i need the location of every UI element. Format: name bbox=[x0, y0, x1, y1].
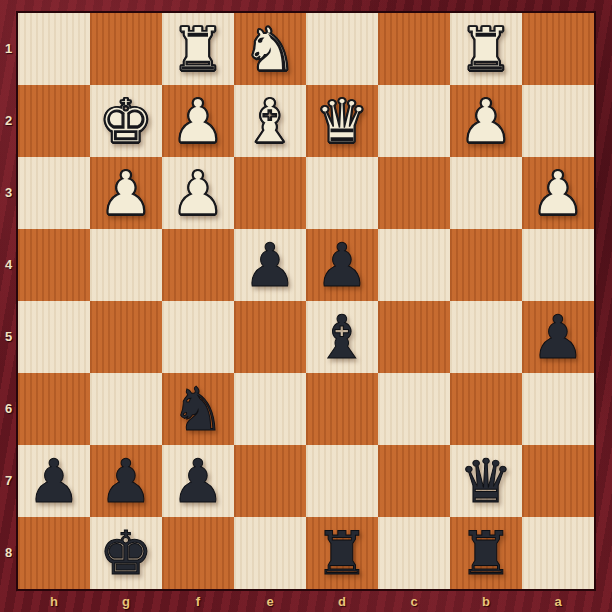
square-c3[interactable] bbox=[378, 157, 450, 229]
square-a6[interactable] bbox=[522, 373, 594, 445]
rank-label-8: 8 bbox=[0, 517, 17, 589]
square-d5[interactable]: ♝ bbox=[306, 301, 378, 373]
square-h7[interactable]: ♟ bbox=[18, 445, 90, 517]
black-bishop: ♝ bbox=[315, 301, 369, 373]
square-d7[interactable] bbox=[306, 445, 378, 517]
square-f2[interactable]: ♟ bbox=[162, 85, 234, 157]
square-d3[interactable] bbox=[306, 157, 378, 229]
square-g5[interactable] bbox=[90, 301, 162, 373]
rank-label-3: 3 bbox=[0, 157, 17, 229]
square-h1[interactable] bbox=[18, 13, 90, 85]
white-knight: ♞ bbox=[243, 13, 297, 85]
white-pawn: ♟ bbox=[531, 157, 585, 229]
square-h4[interactable] bbox=[18, 229, 90, 301]
square-e2[interactable]: ♝ bbox=[234, 85, 306, 157]
square-g2[interactable]: ♚ bbox=[90, 85, 162, 157]
rank-label-5: 5 bbox=[0, 301, 17, 373]
file-label-b: b bbox=[450, 592, 522, 612]
square-f8[interactable] bbox=[162, 517, 234, 589]
square-f5[interactable] bbox=[162, 301, 234, 373]
file-label-f: f bbox=[162, 592, 234, 612]
square-e6[interactable] bbox=[234, 373, 306, 445]
square-f1[interactable]: ♜ bbox=[162, 13, 234, 85]
square-c5[interactable] bbox=[378, 301, 450, 373]
file-label-c: c bbox=[378, 592, 450, 612]
square-g4[interactable] bbox=[90, 229, 162, 301]
square-f6[interactable]: ♞ bbox=[162, 373, 234, 445]
file-label-d: d bbox=[306, 592, 378, 612]
square-d8[interactable]: ♜ bbox=[306, 517, 378, 589]
square-g3[interactable]: ♟ bbox=[90, 157, 162, 229]
square-a4[interactable] bbox=[522, 229, 594, 301]
square-g6[interactable] bbox=[90, 373, 162, 445]
square-e1[interactable]: ♞ bbox=[234, 13, 306, 85]
square-g7[interactable]: ♟ bbox=[90, 445, 162, 517]
square-e4[interactable]: ♟ bbox=[234, 229, 306, 301]
square-a3[interactable]: ♟ bbox=[522, 157, 594, 229]
square-h3[interactable] bbox=[18, 157, 90, 229]
square-b8[interactable]: ♜ bbox=[450, 517, 522, 589]
square-c4[interactable] bbox=[378, 229, 450, 301]
rank-label-6: 6 bbox=[0, 373, 17, 445]
white-bishop: ♝ bbox=[243, 85, 297, 157]
square-e5[interactable] bbox=[234, 301, 306, 373]
square-f4[interactable] bbox=[162, 229, 234, 301]
black-pawn: ♟ bbox=[27, 445, 81, 517]
white-pawn: ♟ bbox=[459, 85, 513, 157]
white-pawn: ♟ bbox=[171, 85, 225, 157]
square-h8[interactable] bbox=[18, 517, 90, 589]
black-rook: ♜ bbox=[315, 517, 369, 589]
square-a1[interactable] bbox=[522, 13, 594, 85]
white-queen: ♛ bbox=[315, 85, 369, 157]
square-a2[interactable] bbox=[522, 85, 594, 157]
square-d1[interactable] bbox=[306, 13, 378, 85]
square-b7[interactable]: ♛ bbox=[450, 445, 522, 517]
square-b3[interactable] bbox=[450, 157, 522, 229]
square-g8[interactable]: ♚ bbox=[90, 517, 162, 589]
square-d4[interactable]: ♟ bbox=[306, 229, 378, 301]
file-label-e: e bbox=[234, 592, 306, 612]
black-king: ♚ bbox=[99, 517, 153, 589]
square-e3[interactable] bbox=[234, 157, 306, 229]
white-pawn: ♟ bbox=[99, 157, 153, 229]
black-rook: ♜ bbox=[459, 517, 513, 589]
square-e7[interactable] bbox=[234, 445, 306, 517]
square-d2[interactable]: ♛ bbox=[306, 85, 378, 157]
square-b2[interactable]: ♟ bbox=[450, 85, 522, 157]
black-pawn: ♟ bbox=[243, 229, 297, 301]
black-pawn: ♟ bbox=[315, 229, 369, 301]
square-a7[interactable] bbox=[522, 445, 594, 517]
chess-board-frame: ♜♞♜♚♟♝♛♟♟♟♟♟♟♝♟♞♟♟♟♛♚♜♜ 12345678hgfedcba bbox=[0, 0, 612, 612]
black-pawn: ♟ bbox=[171, 445, 225, 517]
file-label-g: g bbox=[90, 592, 162, 612]
rank-label-1: 1 bbox=[0, 13, 17, 85]
square-h2[interactable] bbox=[18, 85, 90, 157]
rank-label-2: 2 bbox=[0, 85, 17, 157]
file-label-h: h bbox=[18, 592, 90, 612]
square-c6[interactable] bbox=[378, 373, 450, 445]
chess-board: ♜♞♜♚♟♝♛♟♟♟♟♟♟♝♟♞♟♟♟♛♚♜♜ bbox=[18, 13, 594, 589]
white-rook: ♜ bbox=[459, 13, 513, 85]
file-label-a: a bbox=[522, 592, 594, 612]
rank-label-4: 4 bbox=[0, 229, 17, 301]
square-b6[interactable] bbox=[450, 373, 522, 445]
square-h5[interactable] bbox=[18, 301, 90, 373]
square-b1[interactable]: ♜ bbox=[450, 13, 522, 85]
square-f3[interactable]: ♟ bbox=[162, 157, 234, 229]
square-a5[interactable]: ♟ bbox=[522, 301, 594, 373]
square-a8[interactable] bbox=[522, 517, 594, 589]
square-b5[interactable] bbox=[450, 301, 522, 373]
square-c1[interactable] bbox=[378, 13, 450, 85]
square-b4[interactable] bbox=[450, 229, 522, 301]
black-knight: ♞ bbox=[171, 373, 225, 445]
square-c8[interactable] bbox=[378, 517, 450, 589]
square-e8[interactable] bbox=[234, 517, 306, 589]
rank-label-7: 7 bbox=[0, 445, 17, 517]
white-rook: ♜ bbox=[171, 13, 225, 85]
square-c2[interactable] bbox=[378, 85, 450, 157]
black-pawn: ♟ bbox=[531, 301, 585, 373]
square-h6[interactable] bbox=[18, 373, 90, 445]
black-pawn: ♟ bbox=[99, 445, 153, 517]
square-d6[interactable] bbox=[306, 373, 378, 445]
black-queen: ♛ bbox=[459, 445, 513, 517]
square-f7[interactable]: ♟ bbox=[162, 445, 234, 517]
white-king: ♚ bbox=[99, 85, 153, 157]
white-pawn: ♟ bbox=[171, 157, 225, 229]
square-g1[interactable] bbox=[90, 13, 162, 85]
square-c7[interactable] bbox=[378, 445, 450, 517]
